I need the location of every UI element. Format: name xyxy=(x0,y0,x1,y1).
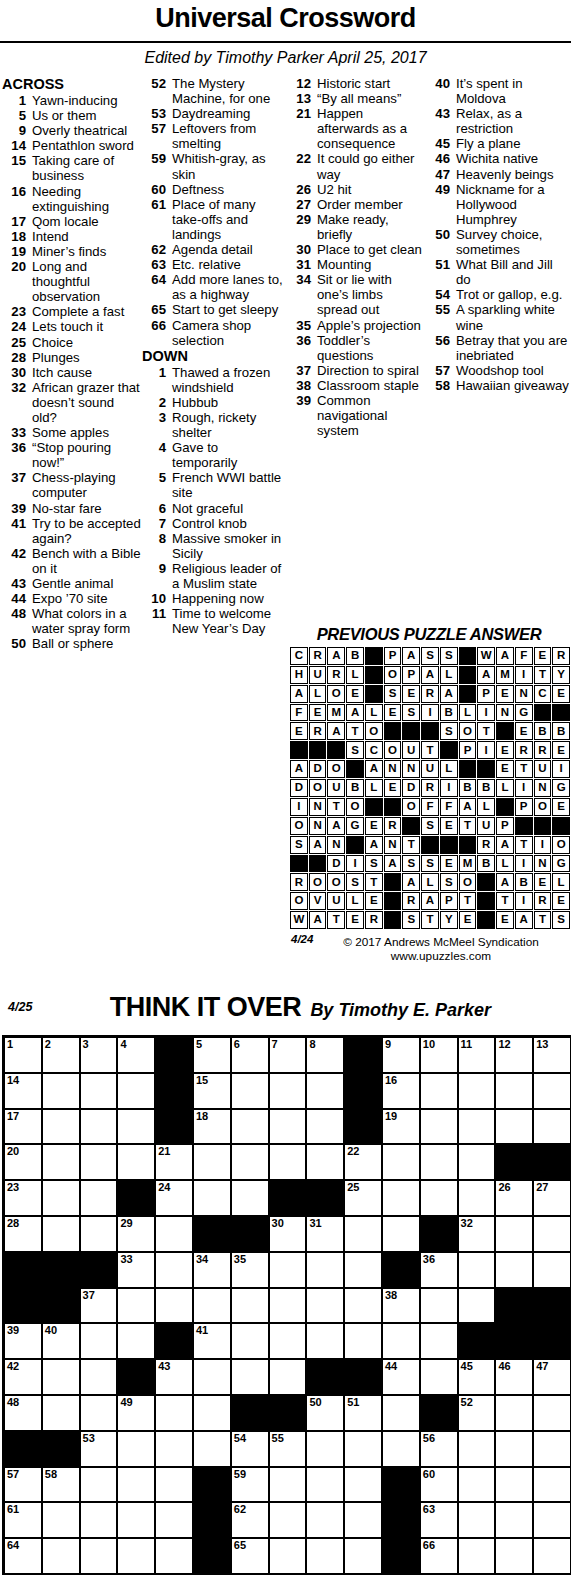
grid-cell[interactable] xyxy=(155,1467,193,1503)
clue-item: 21Happen afterwards as a consequence xyxy=(287,106,425,151)
clue-number: 31 xyxy=(287,257,317,272)
clue-item: 57Woodshop tool xyxy=(426,363,570,378)
grid-cell[interactable] xyxy=(231,1288,269,1324)
clue-number: 51 xyxy=(426,257,456,287)
clue-text: Gave to temporarily xyxy=(172,440,285,470)
grid-cell[interactable] xyxy=(533,1467,571,1503)
grid-cell[interactable] xyxy=(117,1467,155,1503)
grid-cell[interactable] xyxy=(155,1502,193,1538)
grid-cell[interactable] xyxy=(344,1502,382,1538)
grid-cell[interactable]: 25 xyxy=(344,1180,382,1216)
clue-item: 51What Bill and Jill do xyxy=(426,257,570,287)
grid-cell[interactable]: 24 xyxy=(155,1180,193,1216)
grid-cell[interactable]: 64 xyxy=(4,1538,42,1574)
prev-grid-black-cell xyxy=(496,798,514,816)
grid-cell[interactable] xyxy=(269,1073,307,1109)
grid-cell[interactable] xyxy=(306,1467,344,1503)
prev-grid-cell: D xyxy=(309,760,327,778)
grid-cell[interactable] xyxy=(269,1288,307,1324)
grid-cell[interactable] xyxy=(458,1431,496,1467)
grid-cell[interactable]: 17 xyxy=(4,1109,42,1145)
grid-cell[interactable] xyxy=(533,1431,571,1467)
grid-cell[interactable] xyxy=(80,1359,118,1395)
grid-black-cell xyxy=(306,1180,344,1216)
grid-black-cell xyxy=(269,1180,307,1216)
cell-number: 1 xyxy=(7,1038,13,1051)
clue-item: 58Hawaiian giveaway xyxy=(426,378,570,393)
cell-number: 53 xyxy=(83,1432,95,1445)
grid-cell[interactable] xyxy=(458,1538,496,1574)
grid-cell[interactable] xyxy=(344,1288,382,1324)
grid-cell[interactable] xyxy=(193,1359,231,1395)
grid-cell[interactable] xyxy=(269,1323,307,1359)
prev-grid-cell: N xyxy=(402,760,420,778)
grid-cell[interactable]: 50 xyxy=(306,1395,344,1431)
clue-text: Chess-playing computer xyxy=(32,470,141,500)
prev-grid-cell: M xyxy=(327,704,345,722)
clue-item: 5French WWI battle site xyxy=(142,470,285,500)
grid-cell[interactable] xyxy=(458,1180,496,1216)
grid-cell[interactable]: 6 xyxy=(231,1037,269,1073)
grid-cell[interactable] xyxy=(420,1109,458,1145)
clue-number: 22 xyxy=(287,151,317,181)
grid-cell[interactable] xyxy=(231,1359,269,1395)
grid-cell[interactable] xyxy=(42,1109,80,1145)
grid-cell[interactable]: 22 xyxy=(344,1144,382,1180)
grid-cell[interactable]: 19 xyxy=(382,1109,420,1145)
grid-cell[interactable] xyxy=(458,1502,496,1538)
grid-cell[interactable] xyxy=(382,1431,420,1467)
clue-number: 55 xyxy=(426,302,456,332)
grid-cell[interactable]: 61 xyxy=(4,1502,42,1538)
grid-cell[interactable] xyxy=(344,1431,382,1467)
grid-cell[interactable] xyxy=(80,1323,118,1359)
prev-grid-cell: A xyxy=(327,647,345,665)
prev-grid-black-cell xyxy=(384,911,402,929)
grid-cell[interactable] xyxy=(306,1431,344,1467)
grid-cell[interactable] xyxy=(117,1538,155,1574)
grid-cell[interactable] xyxy=(306,1323,344,1359)
grid-cell[interactable] xyxy=(382,1395,420,1431)
grid-cell[interactable]: 36 xyxy=(420,1252,458,1288)
grid-cell[interactable]: 46 xyxy=(495,1359,533,1395)
clue-item: 46Wichita native xyxy=(426,151,570,166)
clue-number: 42 xyxy=(2,546,32,576)
grid-cell[interactable] xyxy=(495,1216,533,1252)
grid-cell[interactable]: 28 xyxy=(4,1216,42,1252)
cell-number: 62 xyxy=(234,1503,246,1516)
grid-cell[interactable] xyxy=(495,1109,533,1145)
grid-cell[interactable]: 29 xyxy=(117,1216,155,1252)
grid-cell[interactable]: 32 xyxy=(458,1216,496,1252)
clue-item: 61Place of many take-offs and landings xyxy=(142,197,285,242)
grid-cell[interactable] xyxy=(458,1073,496,1109)
grid-cell[interactable]: 65 xyxy=(231,1538,269,1574)
grid-cell[interactable] xyxy=(42,1216,80,1252)
grid-cell[interactable]: 44 xyxy=(382,1359,420,1395)
clue-number: 15 xyxy=(2,153,32,183)
grid-cell[interactable]: 42 xyxy=(4,1359,42,1395)
grid-cell[interactable] xyxy=(80,1216,118,1252)
clue-text: Mounting xyxy=(317,257,425,272)
grid-cell[interactable] xyxy=(344,1538,382,1574)
grid-cell[interactable]: 49 xyxy=(117,1395,155,1431)
prev-grid-cell: B xyxy=(440,704,458,722)
grid-cell[interactable] xyxy=(193,1180,231,1216)
grid-cell[interactable]: 33 xyxy=(117,1252,155,1288)
cell-number: 55 xyxy=(272,1432,284,1445)
prev-grid-black-cell xyxy=(290,741,308,759)
grid-cell[interactable] xyxy=(231,1109,269,1145)
grid-cell[interactable]: 51 xyxy=(344,1395,382,1431)
prev-grid-cell: A xyxy=(496,836,514,854)
grid-cell[interactable]: 7 xyxy=(269,1037,307,1073)
grid-cell[interactable] xyxy=(155,1395,193,1431)
grid-cell[interactable] xyxy=(495,1538,533,1574)
clue-number: 17 xyxy=(2,214,32,229)
prev-grid-cell: P xyxy=(440,892,458,910)
grid-cell[interactable]: 66 xyxy=(420,1538,458,1574)
cell-number: 10 xyxy=(423,1038,435,1051)
clue-item: 37Chess-playing computer xyxy=(2,470,141,500)
grid-cell[interactable]: 4 xyxy=(117,1037,155,1073)
grid-cell[interactable] xyxy=(344,1323,382,1359)
grid-cell[interactable]: 18 xyxy=(193,1109,231,1145)
grid-cell[interactable] xyxy=(420,1359,458,1395)
prev-grid-black-cell xyxy=(384,892,402,910)
prev-grid-cell: I xyxy=(552,760,570,778)
grid-cell[interactable] xyxy=(155,1538,193,1574)
prev-grid-cell: R xyxy=(515,741,533,759)
grid-cell[interactable]: 39 xyxy=(4,1323,42,1359)
prev-grid-cell: E xyxy=(552,798,570,816)
grid-cell[interactable] xyxy=(495,1252,533,1288)
cell-number: 3 xyxy=(83,1038,89,1051)
grid-cell[interactable] xyxy=(269,1502,307,1538)
grid-black-cell xyxy=(231,1395,269,1431)
grid-cell[interactable] xyxy=(533,1252,571,1288)
prev-grid-cell: L xyxy=(309,685,327,703)
grid-cell[interactable]: 11 xyxy=(458,1037,496,1073)
prev-grid-cell: R xyxy=(421,685,439,703)
prev-grid-black-cell xyxy=(365,798,383,816)
grid-cell[interactable] xyxy=(193,1144,231,1180)
prev-grid-cell: S xyxy=(384,685,402,703)
clue-text: Massive smoker in Sicily xyxy=(172,531,285,561)
grid-cell[interactable]: 58 xyxy=(42,1467,80,1503)
grid-cell[interactable] xyxy=(458,1252,496,1288)
grid-cell[interactable]: 27 xyxy=(533,1180,571,1216)
cell-number: 50 xyxy=(309,1396,321,1409)
grid-cell[interactable]: 5 xyxy=(193,1037,231,1073)
prev-grid-cell: O xyxy=(384,741,402,759)
prev-grid-cell: S xyxy=(421,855,439,873)
clue-number: 59 xyxy=(142,151,172,181)
clues-column-2: 52The Mystery Machine, for one53Daydream… xyxy=(142,76,285,636)
grid-cell[interactable]: 56 xyxy=(420,1431,458,1467)
grid-cell[interactable]: 26 xyxy=(495,1180,533,1216)
grid-cell[interactable]: 60 xyxy=(420,1467,458,1503)
grid-cell[interactable]: 3 xyxy=(80,1037,118,1073)
grid-cell[interactable]: 2 xyxy=(42,1037,80,1073)
grid-cell[interactable] xyxy=(495,1502,533,1538)
clue-number: 12 xyxy=(287,76,317,91)
grid-cell[interactable]: 20 xyxy=(4,1144,42,1180)
clue-text: Whitish-gray, as skin xyxy=(172,151,285,181)
grid-black-cell xyxy=(420,1395,458,1431)
clue-text: Toddler’s questions xyxy=(317,333,425,363)
grid-cell[interactable] xyxy=(42,1502,80,1538)
grid-cell[interactable] xyxy=(420,1144,458,1180)
grid-cell[interactable]: 16 xyxy=(382,1073,420,1109)
cell-number: 8 xyxy=(309,1038,315,1051)
prev-grid-cell: A xyxy=(384,855,402,873)
grid-cell[interactable]: 54 xyxy=(231,1431,269,1467)
grid-cell[interactable] xyxy=(533,1395,571,1431)
grid-cell[interactable]: 47 xyxy=(533,1359,571,1395)
cell-number: 22 xyxy=(347,1145,359,1158)
grid-cell[interactable]: 63 xyxy=(420,1502,458,1538)
grid-cell[interactable] xyxy=(306,1288,344,1324)
grid-cell[interactable]: 9 xyxy=(382,1037,420,1073)
grid-cell[interactable] xyxy=(420,1323,458,1359)
grid-black-cell xyxy=(306,1359,344,1395)
clue-item: 6Not graceful xyxy=(142,501,285,516)
grid-cell[interactable] xyxy=(80,1073,118,1109)
prev-grid-black-cell xyxy=(346,760,364,778)
grid-cell[interactable] xyxy=(495,1467,533,1503)
prev-grid-cell: U xyxy=(309,666,327,684)
grid-cell[interactable] xyxy=(306,1109,344,1145)
grid-cell[interactable] xyxy=(80,1180,118,1216)
grid-cell[interactable] xyxy=(269,1109,307,1145)
grid-cell[interactable] xyxy=(42,1073,80,1109)
grid-cell[interactable] xyxy=(533,1216,571,1252)
grid-black-cell xyxy=(382,1252,420,1288)
grid-cell[interactable] xyxy=(382,1216,420,1252)
grid-cell[interactable] xyxy=(117,1502,155,1538)
clue-number: 32 xyxy=(2,380,32,425)
prev-grid-cell: I xyxy=(440,779,458,797)
clue-number: 49 xyxy=(426,182,456,227)
grid-black-cell xyxy=(533,1144,571,1180)
grid-cell[interactable] xyxy=(80,1109,118,1145)
grid-cell[interactable]: 59 xyxy=(231,1467,269,1503)
clue-item: 3Rough, rickety shelter xyxy=(142,410,285,440)
grid-cell[interactable] xyxy=(495,1431,533,1467)
clue-number: 18 xyxy=(2,229,32,244)
grid-cell[interactable] xyxy=(306,1252,344,1288)
grid-cell[interactable] xyxy=(42,1359,80,1395)
grid-cell[interactable]: 23 xyxy=(4,1180,42,1216)
grid-cell[interactable] xyxy=(306,1538,344,1574)
grid-cell[interactable] xyxy=(155,1216,193,1252)
grid-cell[interactable]: 14 xyxy=(4,1073,42,1109)
grid-cell[interactable] xyxy=(42,1144,80,1180)
grid-cell[interactable]: 52 xyxy=(458,1395,496,1431)
grid-cell[interactable] xyxy=(155,1288,193,1324)
prev-grid-cell: O xyxy=(552,836,570,854)
prev-grid-cell: E xyxy=(440,817,458,835)
grid-cell[interactable]: 12 xyxy=(495,1037,533,1073)
grid-cell[interactable]: 48 xyxy=(4,1395,42,1431)
grid-cell[interactable]: 21 xyxy=(155,1144,193,1180)
grid-cell[interactable] xyxy=(458,1467,496,1503)
prev-grid-black-cell xyxy=(459,685,477,703)
grid-cell[interactable] xyxy=(306,1144,344,1180)
grid-cell[interactable] xyxy=(155,1431,193,1467)
grid-cell[interactable]: 34 xyxy=(193,1252,231,1288)
grid-cell[interactable] xyxy=(269,1144,307,1180)
grid-cell[interactable]: 30 xyxy=(269,1216,307,1252)
grid-cell[interactable] xyxy=(117,1073,155,1109)
grid-cell[interactable] xyxy=(306,1073,344,1109)
grid-cell[interactable] xyxy=(382,1323,420,1359)
prev-grid-cell: O xyxy=(290,817,308,835)
grid-cell[interactable] xyxy=(42,1538,80,1574)
grid-cell[interactable] xyxy=(533,1073,571,1109)
grid-cell[interactable] xyxy=(458,1144,496,1180)
clue-text: Happening now xyxy=(172,591,285,606)
prev-grid-cell: E xyxy=(496,685,514,703)
grid-cell[interactable]: 41 xyxy=(193,1323,231,1359)
clue-item: 66Camera shop selection xyxy=(142,318,285,348)
prev-grid-cell: U xyxy=(402,741,420,759)
grid-cell[interactable] xyxy=(117,1109,155,1145)
clue-number: 6 xyxy=(142,501,172,516)
clue-number: 65 xyxy=(142,302,172,317)
grid-cell[interactable]: 10 xyxy=(420,1037,458,1073)
grid-cell[interactable] xyxy=(80,1502,118,1538)
grid-cell[interactable]: 1 xyxy=(4,1037,42,1073)
grid-cell[interactable]: 57 xyxy=(4,1467,42,1503)
grid-cell[interactable]: 45 xyxy=(458,1359,496,1395)
prev-grid-cell: I xyxy=(515,779,533,797)
grid-cell[interactable]: 38 xyxy=(382,1288,420,1324)
grid-cell[interactable] xyxy=(344,1467,382,1503)
clue-text: Yawn-inducing xyxy=(32,93,141,108)
grid-cell[interactable] xyxy=(269,1467,307,1503)
prev-grid-cell: O xyxy=(365,722,383,740)
grid-cell[interactable] xyxy=(117,1323,155,1359)
prev-grid-cell: I xyxy=(534,836,552,854)
grid-cell[interactable] xyxy=(306,1502,344,1538)
clue-item: 55A sparkling white wine xyxy=(426,302,570,332)
cell-number: 17 xyxy=(7,1110,19,1123)
clue-number: 45 xyxy=(426,136,456,151)
grid-cell[interactable]: 62 xyxy=(231,1502,269,1538)
grid-cell[interactable] xyxy=(231,1073,269,1109)
grid-cell[interactable]: 53 xyxy=(80,1431,118,1467)
grid-cell[interactable] xyxy=(533,1109,571,1145)
prev-grid-cell: B xyxy=(459,779,477,797)
clue-item: 49Nickname for a Hollywood Humphrey xyxy=(426,182,570,227)
grid-cell[interactable] xyxy=(269,1359,307,1395)
grid-cell[interactable]: 13 xyxy=(533,1037,571,1073)
grid-cell[interactable] xyxy=(193,1431,231,1467)
clue-item: 4Gave to temporarily xyxy=(142,440,285,470)
grid-cell[interactable] xyxy=(495,1073,533,1109)
grid-cell[interactable] xyxy=(231,1144,269,1180)
cell-number: 5 xyxy=(196,1038,202,1051)
grid-cell[interactable] xyxy=(495,1395,533,1431)
grid-cell[interactable] xyxy=(117,1431,155,1467)
grid-cell[interactable] xyxy=(80,1538,118,1574)
prev-grid-cell: T xyxy=(477,722,495,740)
clue-number: 43 xyxy=(426,106,456,136)
grid-cell[interactable] xyxy=(117,1288,155,1324)
grid-cell[interactable]: 37 xyxy=(80,1288,118,1324)
clue-text: Qom locale xyxy=(32,214,141,229)
grid-cell[interactable]: 31 xyxy=(306,1216,344,1252)
prev-grid-black-cell xyxy=(384,798,402,816)
grid-cell[interactable] xyxy=(344,1252,382,1288)
grid-cell[interactable] xyxy=(193,1288,231,1324)
clue-text: Trot or gallop, e.g. xyxy=(456,287,570,302)
grid-cell[interactable] xyxy=(458,1109,496,1145)
grid-cell[interactable] xyxy=(269,1252,307,1288)
clue-number: 19 xyxy=(2,244,32,259)
grid-cell[interactable]: 40 xyxy=(42,1323,80,1359)
grid-cell[interactable] xyxy=(382,1144,420,1180)
prev-grid-cell: I xyxy=(515,666,533,684)
clue-number: 48 xyxy=(2,606,32,636)
grid-cell[interactable] xyxy=(231,1323,269,1359)
grid-cell[interactable]: 55 xyxy=(269,1431,307,1467)
grid-cell[interactable] xyxy=(533,1502,571,1538)
grid-cell[interactable]: 15 xyxy=(193,1073,231,1109)
clue-text: No-star fare xyxy=(32,501,141,516)
grid-cell[interactable] xyxy=(420,1073,458,1109)
prev-grid-cell: S xyxy=(421,647,439,665)
grid-cell[interactable] xyxy=(155,1252,193,1288)
title-rule xyxy=(0,41,571,43)
grid-cell[interactable] xyxy=(42,1395,80,1431)
grid-cell[interactable] xyxy=(42,1180,80,1216)
grid-cell[interactable] xyxy=(269,1538,307,1574)
grid-cell[interactable]: 43 xyxy=(155,1359,193,1395)
grid-cell[interactable] xyxy=(117,1144,155,1180)
grid-cell[interactable] xyxy=(231,1180,269,1216)
grid-cell[interactable] xyxy=(382,1180,420,1216)
prev-grid-cell: S xyxy=(440,873,458,891)
cell-number: 21 xyxy=(158,1145,170,1158)
grid-cell[interactable] xyxy=(80,1395,118,1431)
grid-cell[interactable] xyxy=(533,1538,571,1574)
grid-cell[interactable] xyxy=(193,1395,231,1431)
grid-cell[interactable] xyxy=(458,1288,496,1324)
grid-cell[interactable] xyxy=(420,1288,458,1324)
grid-cell[interactable]: 35 xyxy=(231,1252,269,1288)
cell-number: 34 xyxy=(196,1253,208,1266)
grid-cell[interactable] xyxy=(80,1467,118,1503)
prev-grid-cell: Y xyxy=(440,911,458,929)
grid-cell[interactable] xyxy=(80,1144,118,1180)
prev-grid-black-cell xyxy=(477,911,495,929)
prev-grid-cell: P xyxy=(496,817,514,835)
grid-cell[interactable] xyxy=(344,1216,382,1252)
prev-grid-cell: T xyxy=(496,892,514,910)
prev-grid-cell: E xyxy=(459,911,477,929)
prev-grid-black-cell xyxy=(477,760,495,778)
grid-black-cell xyxy=(495,1144,533,1180)
grid-black-cell xyxy=(344,1109,382,1145)
clue-number: 62 xyxy=(142,242,172,257)
grid-cell[interactable]: 8 xyxy=(306,1037,344,1073)
grid-black-cell xyxy=(155,1073,193,1109)
clue-number: 7 xyxy=(142,516,172,531)
grid-cell[interactable] xyxy=(420,1180,458,1216)
